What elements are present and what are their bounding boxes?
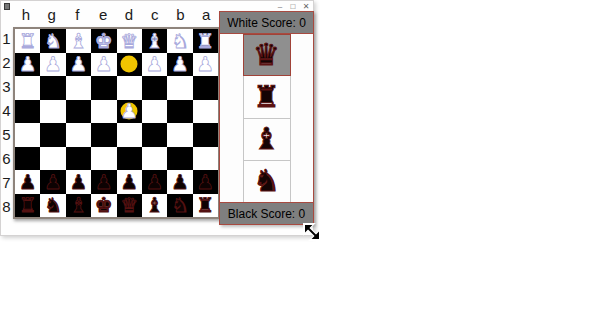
maximize-button[interactable]: □ (289, 2, 297, 11)
window-controls: – □ ✕ (276, 2, 310, 11)
file-label-h: h (13, 6, 39, 25)
piece-white-knight[interactable]: ♞ (171, 31, 189, 51)
piece-white-bishop[interactable]: ♝ (69, 31, 87, 51)
square-e6[interactable] (91, 147, 116, 171)
piece-black-rook[interactable]: ♜ (19, 195, 37, 215)
square-a2[interactable]: ♟ (193, 53, 218, 77)
square-b8[interactable]: ♞ (167, 194, 192, 218)
piece-white-rook[interactable]: ♜ (196, 31, 214, 51)
resize-cursor (303, 223, 321, 241)
square-e1[interactable]: ♚ (91, 29, 116, 53)
piece-white-pawn[interactable]: ♟ (69, 54, 87, 74)
rank-label-2: 2 (1, 51, 12, 75)
file-label-c: c (142, 6, 168, 25)
piece-white-pawn[interactable]: ♟ (95, 54, 113, 74)
rank-label-7: 7 (1, 170, 12, 194)
file-label-e: e (90, 6, 116, 25)
square-a6[interactable] (193, 147, 218, 171)
rank-label-5: 5 (1, 123, 12, 147)
square-g1[interactable]: ♞ (40, 29, 65, 53)
square-c4[interactable] (142, 100, 167, 124)
piece-tray: ♛♜♝♞ (243, 34, 291, 203)
square-d3[interactable] (117, 76, 142, 100)
piece-black-pawn[interactable]: ♟ (44, 172, 62, 192)
square-h5[interactable] (15, 123, 40, 147)
piece-black-pawn[interactable]: ♟ (196, 172, 214, 192)
square-c3[interactable] (142, 76, 167, 100)
rank-label-3: 3 (1, 75, 12, 99)
move-highlight-dot (121, 56, 138, 73)
square-g2[interactable]: ♟ (40, 53, 65, 77)
side-panel: White Score: 0 ♛♜♝♞ Black Score: 0 (219, 11, 314, 225)
square-c8[interactable]: ♝ (142, 194, 167, 218)
piece-black-pawn[interactable]: ♟ (120, 172, 138, 192)
square-d7[interactable]: ♟ (117, 170, 142, 194)
square-f1[interactable]: ♝ (66, 29, 91, 53)
square-g4[interactable] (40, 100, 65, 124)
piece-black-knight[interactable]: ♞ (44, 195, 62, 215)
file-label-b: b (168, 6, 194, 25)
file-label-g: g (39, 6, 65, 25)
piece-white-queen[interactable]: ♛ (120, 31, 138, 51)
white-score-bar: White Score: 0 (220, 12, 313, 34)
square-f8[interactable]: ♝ (66, 194, 91, 218)
square-a5[interactable] (193, 123, 218, 147)
piece-white-king[interactable]: ♚ (95, 31, 113, 51)
square-h3[interactable] (15, 76, 40, 100)
square-h2[interactable]: ♟ (15, 53, 40, 77)
square-b7[interactable]: ♟ (167, 170, 192, 194)
square-h7[interactable]: ♟ (15, 170, 40, 194)
square-d2[interactable] (117, 53, 142, 77)
square-a3[interactable] (193, 76, 218, 100)
piece-black-knight[interactable]: ♞ (171, 195, 189, 215)
chess-board: ♜♞♝♚♛♝♞♜♟♟♟♟♟♟♟♟♟♟♟♟♟♟♟♟♜♞♝♚♛♝♞♜ (13, 27, 220, 219)
square-d8[interactable]: ♛ (117, 194, 142, 218)
black-bishop-icon: ♝ (253, 124, 280, 154)
square-c2[interactable]: ♟ (142, 53, 167, 77)
square-a7[interactable]: ♟ (193, 170, 218, 194)
black-score-label: Black Score: 0 (228, 207, 305, 221)
tray-cell-black-queen[interactable]: ♛ (243, 34, 291, 76)
piece-black-king[interactable]: ♚ (95, 195, 113, 215)
square-b3[interactable] (167, 76, 192, 100)
piece-black-bishop[interactable]: ♝ (146, 195, 164, 215)
app-icon (4, 3, 10, 10)
square-c1[interactable]: ♝ (142, 29, 167, 53)
square-h8[interactable]: ♜ (15, 194, 40, 218)
piece-white-pawn[interactable]: ♟ (44, 54, 62, 74)
square-f6[interactable] (66, 147, 91, 171)
square-b1[interactable]: ♞ (167, 29, 192, 53)
black-knight-icon: ♞ (253, 166, 280, 196)
square-f5[interactable] (66, 123, 91, 147)
rank-label-6: 6 (1, 146, 12, 170)
square-g8[interactable]: ♞ (40, 194, 65, 218)
square-b6[interactable] (167, 147, 192, 171)
piece-white-rook[interactable]: ♜ (19, 31, 37, 51)
square-g5[interactable] (40, 123, 65, 147)
piece-white-pawn[interactable]: ♟ (146, 54, 164, 74)
square-h6[interactable] (15, 147, 40, 171)
rank-label-1: 1 (1, 27, 12, 51)
square-c5[interactable] (142, 123, 167, 147)
file-label-f: f (65, 6, 91, 25)
square-e8[interactable]: ♚ (91, 194, 116, 218)
piece-white-knight[interactable]: ♞ (44, 31, 62, 51)
black-rook-icon: ♜ (253, 82, 280, 112)
tray-cell-black-bishop[interactable]: ♝ (243, 119, 291, 161)
square-b4[interactable] (167, 100, 192, 124)
piece-black-queen[interactable]: ♛ (120, 195, 138, 215)
square-a4[interactable] (193, 100, 218, 124)
piece-black-rook[interactable]: ♜ (196, 195, 214, 215)
square-f4[interactable] (66, 100, 91, 124)
file-label-d: d (116, 6, 142, 25)
black-score-bar: Black Score: 0 (220, 202, 313, 224)
square-f2[interactable]: ♟ (66, 53, 91, 77)
piece-black-pawn[interactable]: ♟ (146, 172, 164, 192)
rank-label-8: 8 (1, 194, 12, 218)
piece-white-pawn[interactable]: ♟ (196, 54, 214, 74)
piece-white-pawn[interactable]: ♟ (19, 54, 37, 74)
tray-cell-black-knight[interactable]: ♞ (243, 161, 291, 203)
square-d1[interactable]: ♛ (117, 29, 142, 53)
piece-black-pawn[interactable]: ♟ (95, 172, 113, 192)
square-f7[interactable]: ♟ (66, 170, 91, 194)
square-f3[interactable] (66, 76, 91, 100)
square-b2[interactable]: ♟ (167, 53, 192, 77)
file-label-a: a (193, 6, 219, 25)
square-c6[interactable] (142, 147, 167, 171)
square-a8[interactable]: ♜ (193, 194, 218, 218)
square-b5[interactable] (167, 123, 192, 147)
square-g7[interactable]: ♟ (40, 170, 65, 194)
square-g3[interactable] (40, 76, 65, 100)
rank-labels: 12345678 (1, 27, 12, 218)
desktop: – □ ✕ hgfedcba 12345678 ♜♞♝♚♛♝♞♜♟♟♟♟♟♟♟♟… (0, 0, 600, 328)
piece-white-pawn[interactable]: ♟ (120, 101, 138, 121)
white-score-label: White Score: 0 (227, 16, 306, 30)
square-d5[interactable] (117, 123, 142, 147)
tray-cell-black-rook[interactable]: ♜ (243, 76, 291, 118)
piece-white-bishop[interactable]: ♝ (146, 31, 164, 51)
square-e4[interactable] (91, 100, 116, 124)
chess-app-window: – □ ✕ hgfedcba 12345678 ♜♞♝♚♛♝♞♜♟♟♟♟♟♟♟♟… (0, 0, 314, 236)
square-a1[interactable]: ♜ (193, 29, 218, 53)
file-labels: hgfedcba (13, 6, 219, 25)
square-e3[interactable] (91, 76, 116, 100)
piece-black-pawn[interactable]: ♟ (69, 172, 87, 192)
square-d6[interactable] (117, 147, 142, 171)
minimize-button[interactable]: – (276, 2, 284, 11)
rank-label-4: 4 (1, 99, 12, 123)
square-h4[interactable] (15, 100, 40, 124)
square-h1[interactable]: ♜ (15, 29, 40, 53)
square-e2[interactable]: ♟ (91, 53, 116, 77)
piece-black-pawn[interactable]: ♟ (171, 172, 189, 192)
square-d4[interactable]: ♟ (117, 100, 142, 124)
square-g6[interactable] (40, 147, 65, 171)
piece-black-pawn[interactable]: ♟ (19, 172, 37, 192)
piece-black-bishop[interactable]: ♝ (69, 195, 87, 215)
square-e5[interactable] (91, 123, 116, 147)
square-e7[interactable]: ♟ (91, 170, 116, 194)
black-queen-icon: ♛ (253, 40, 280, 70)
close-button[interactable]: ✕ (302, 2, 310, 11)
square-c7[interactable]: ♟ (142, 170, 167, 194)
piece-white-pawn[interactable]: ♟ (171, 54, 189, 74)
